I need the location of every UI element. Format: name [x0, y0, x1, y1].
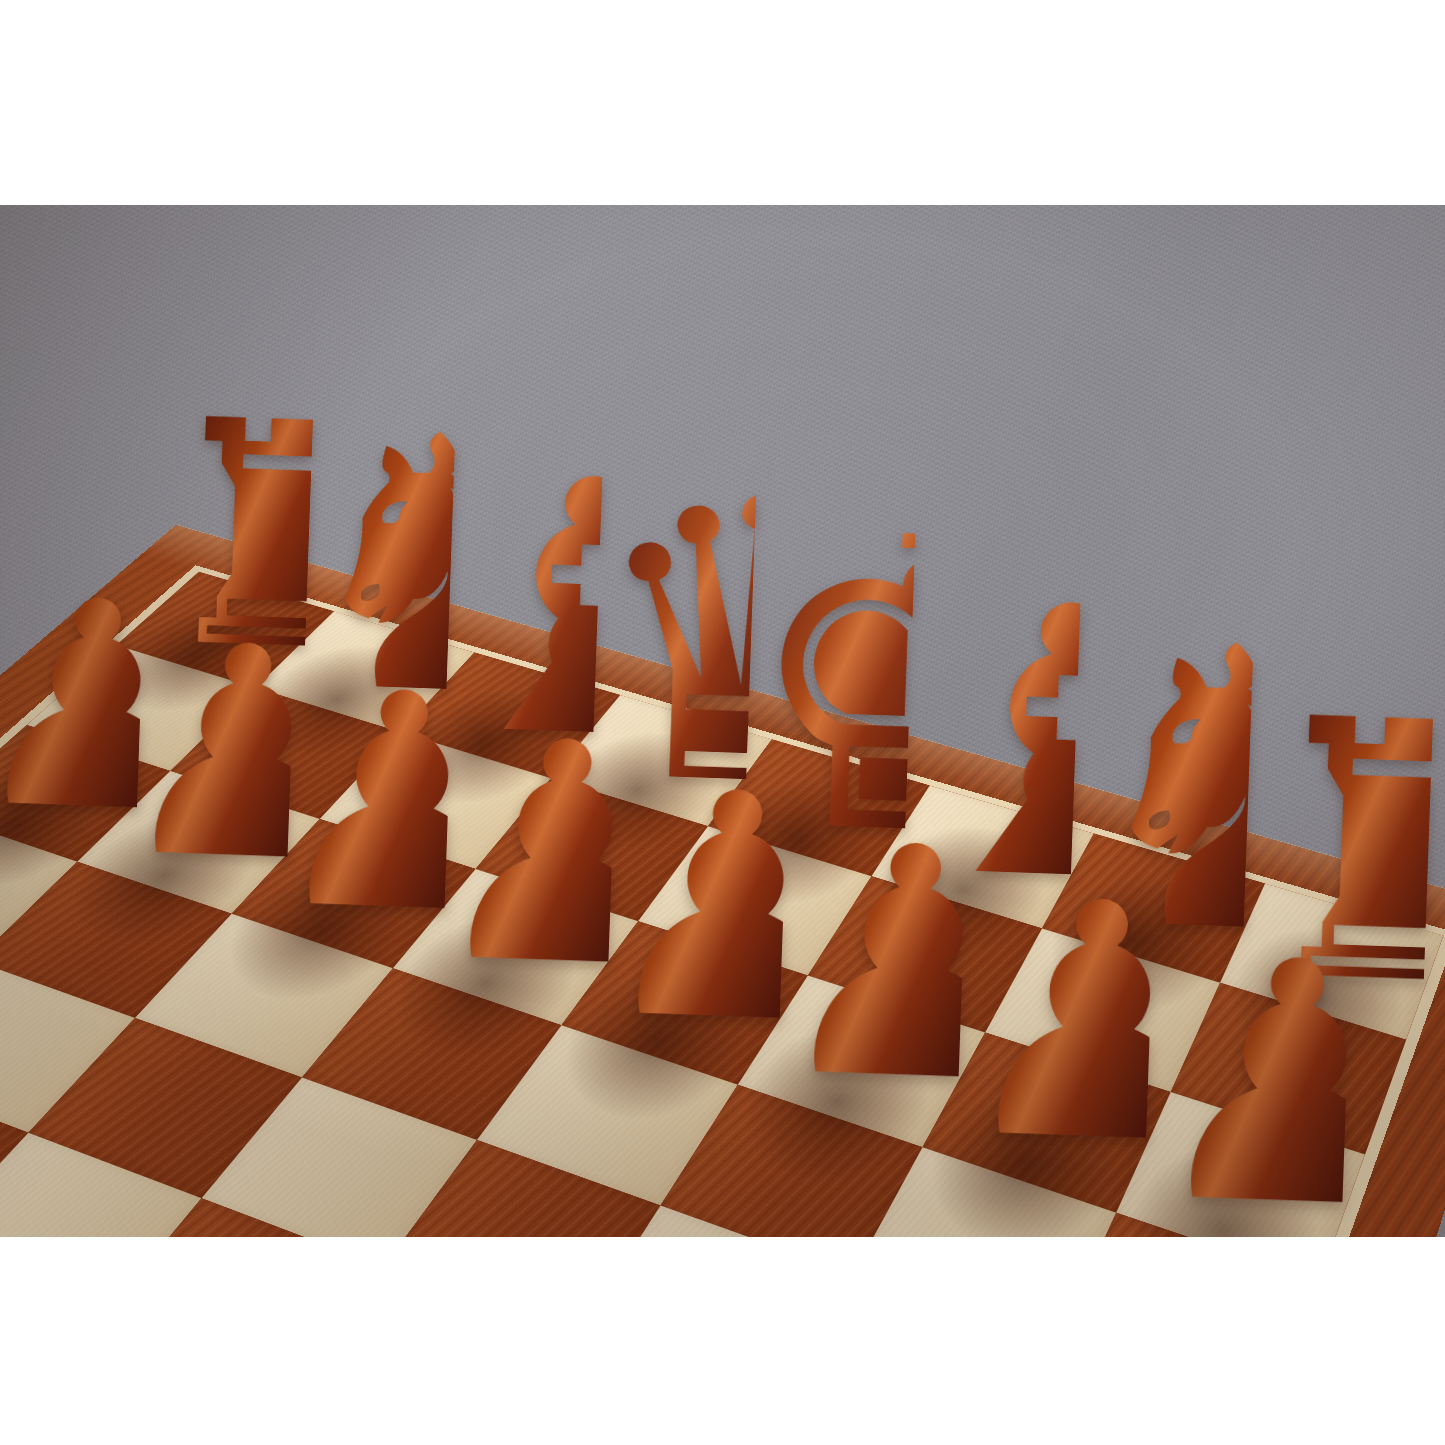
product-photo: ♜♞♝♛♚♝♞♜♟♟♟♟♟♟♟♟ [0, 205, 1445, 1237]
top-white-band [0, 0, 1445, 205]
chess-board: ♜♞♝♛♚♝♞♜♟♟♟♟♟♟♟♟ [0, 525, 1445, 1237]
squares-grid: ♜♞♝♛♚♝♞♜♟♟♟♟♟♟♟♟ [0, 572, 1444, 1237]
bottom-white-band [0, 1237, 1445, 1445]
